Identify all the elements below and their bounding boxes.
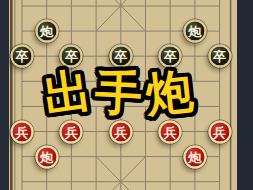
piece-red-cannon-left[interactable]: 炮 [35,145,58,168]
caption-char-1: 出 [41,65,94,120]
left-letterbox-strip [0,0,9,190]
caption-overlay: 出手炮 [44,68,197,117]
right-letterbox-strip [237,0,253,190]
piece-red-soldier-1[interactable]: 兵 [11,120,34,143]
piece-black-soldier-3[interactable]: 卒 [109,45,132,68]
piece-red-soldier-2[interactable]: 兵 [60,120,83,143]
caption-char-2: 手 [94,67,144,119]
piece-red-soldier-5[interactable]: 兵 [208,120,231,143]
piece-red-cannon-right[interactable]: 炮 [183,145,206,168]
caption-char-3: 炮 [144,66,196,120]
piece-black-soldier-5[interactable]: 卒 [208,45,231,68]
piece-black-cannon-right[interactable]: 炮 [183,20,206,43]
piece-red-soldier-4[interactable]: 兵 [159,120,182,143]
screenshot-root: 炮炮卒卒卒卒卒兵兵兵兵兵炮炮 出手炮 [0,0,253,190]
piece-red-soldier-3[interactable]: 兵 [109,120,132,143]
